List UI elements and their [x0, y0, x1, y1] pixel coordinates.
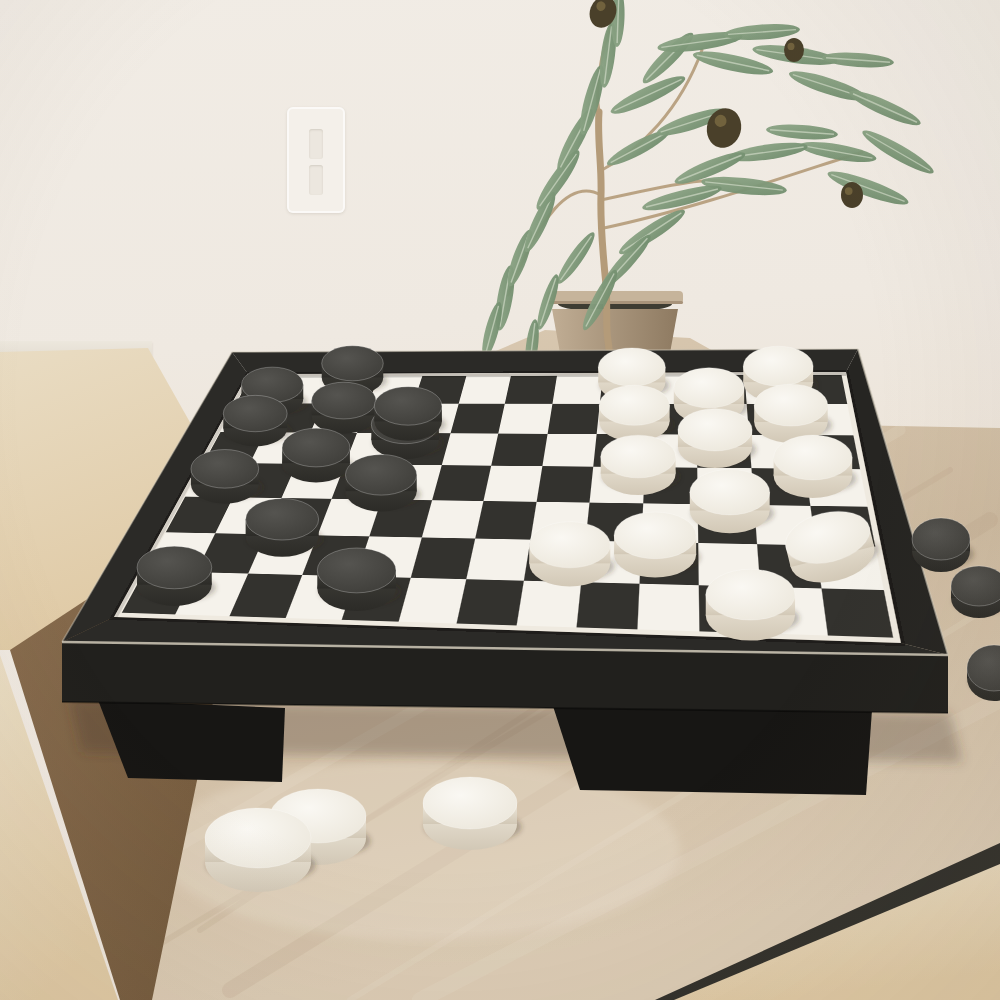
checker-piece-black [345, 454, 420, 511]
checker-piece-white [601, 435, 680, 495]
checker-piece-white [706, 569, 800, 640]
checker-piece-white [599, 385, 673, 441]
checker-piece-white [774, 435, 857, 498]
loose-checker-white [423, 777, 521, 850]
checker-piece-black [282, 428, 354, 482]
photo-scene [0, 0, 1000, 1000]
checker-piece-white [678, 409, 756, 468]
checker-piece-white [614, 512, 700, 578]
checker-piece-black [312, 382, 380, 434]
loose-checker-white [205, 808, 316, 892]
checker-piece-black [246, 498, 323, 556]
checker-piece-black [223, 395, 291, 446]
loose-checker-black [912, 518, 974, 572]
checker-piece-white [690, 469, 774, 533]
checker-piece-black [191, 450, 263, 504]
checker-piece-black [317, 548, 400, 611]
checker-piece-black-stacked [374, 387, 446, 441]
loose-checker-black [951, 566, 1000, 618]
loose-checker-black [967, 645, 1000, 701]
pieces-layer [0, 0, 1000, 1000]
checker-piece-black [137, 546, 216, 606]
checker-piece-white [780, 502, 884, 591]
checker-piece-white [754, 384, 832, 443]
checker-piece-white [529, 522, 614, 587]
